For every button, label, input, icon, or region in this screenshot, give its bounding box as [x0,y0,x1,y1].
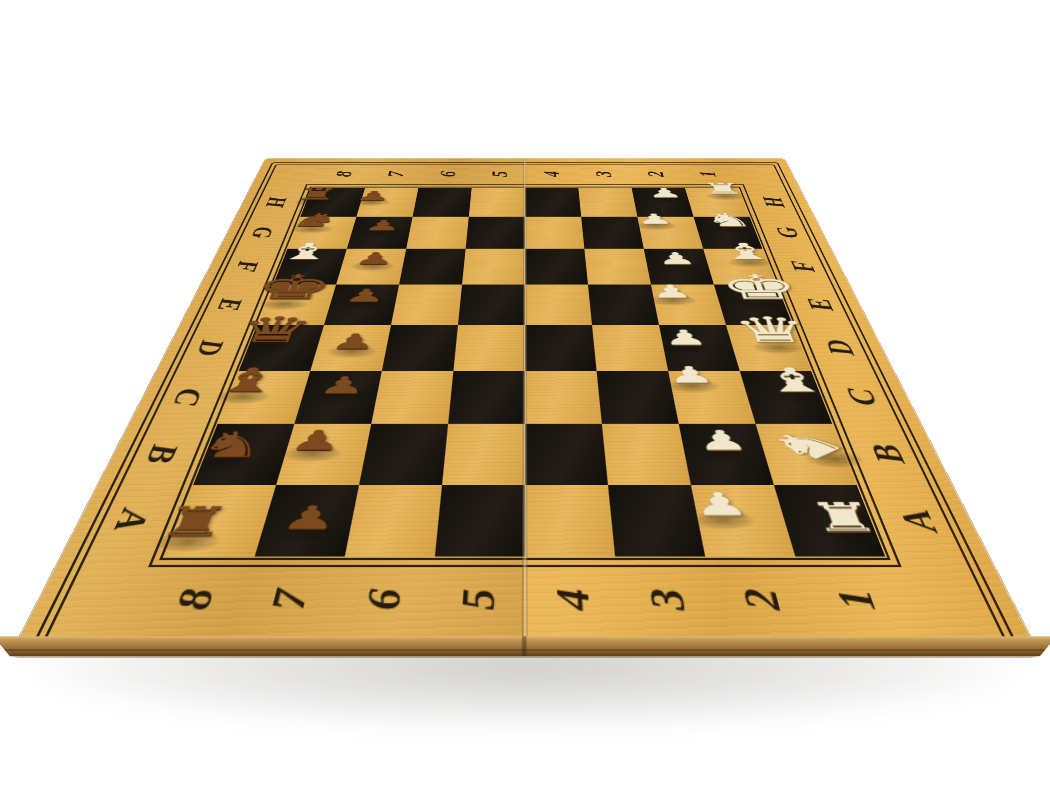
square-c6[interactable] [371,371,453,424]
piece-glyph: ♜ [293,186,341,202]
square-c3[interactable] [597,371,679,424]
piece-black-pawn-f7[interactable]: ♟ [338,250,410,266]
piece-glyph: ♚ [248,270,338,304]
piece-glyph: ♚ [715,270,805,304]
square-c4[interactable] [525,371,602,424]
piece-white-knight-g1[interactable]: ♞ [694,211,765,229]
piece-black-knight-g8[interactable]: ♞ [280,211,351,229]
piece-black-pawn-h7[interactable]: ♟ [341,189,406,202]
square-h4[interactable] [525,188,581,217]
piece-black-king-e8[interactable]: ♚ [248,270,332,304]
piece-black-pawn-g7[interactable]: ♟ [348,218,416,232]
piece-glyph: ♜ [699,181,746,196]
front-edge-seam [522,636,527,656]
piece-white-king-e1[interactable]: ♚ [715,270,799,304]
piece-white-pawn-e2[interactable]: ♟ [634,282,710,300]
piece-white-pawn-h2[interactable]: ♟ [633,186,697,199]
square-d4[interactable] [525,325,597,371]
square-c7[interactable] [294,371,381,424]
scene: 8765432187654321HGFEDCBAHGFEDCBA ♜♞♝♛♚♝♞… [0,0,1050,788]
piece-black-pawn-e7[interactable]: ♟ [326,286,403,304]
chess-board: 8765432187654321HGFEDCBAHGFEDCBA ♜♞♝♛♚♝♞… [10,158,1040,656]
square-c5[interactable] [448,371,525,424]
piece-glyph: ♟ [655,250,698,266]
photo-background: 8765432187654321HGFEDCBAHGFEDCBA ♜♞♝♛♚♝♞… [0,0,1050,788]
piece-glyph: ♟ [342,286,388,304]
piece-black-bishop-f8[interactable]: ♝ [269,240,345,262]
piece-glyph: ♟ [353,250,396,266]
piece-glyph: ♝ [276,240,338,262]
piece-glyph: ♞ [289,211,343,229]
piece-white-bishop-f1[interactable]: ♝ [708,240,784,262]
piece-glyph: ♞ [702,211,755,229]
piece-white-rook-h1[interactable]: ♜ [690,181,756,196]
piece-glyph: ♟ [635,212,674,226]
square-h6[interactable] [413,188,472,217]
board-front-edge [0,636,1050,656]
square-d5[interactable] [453,325,525,371]
piece-white-pawn-g2[interactable]: ♟ [622,212,689,226]
piece-white-pawn-f2[interactable]: ♟ [640,250,712,266]
square-h5[interactable] [469,188,525,217]
piece-glyph: ♟ [646,186,684,199]
piece-glyph: ♟ [649,282,694,300]
piece-glyph: ♟ [362,218,402,232]
piece-glyph: ♟ [354,189,392,202]
piece-glyph: ♝ [715,240,778,262]
